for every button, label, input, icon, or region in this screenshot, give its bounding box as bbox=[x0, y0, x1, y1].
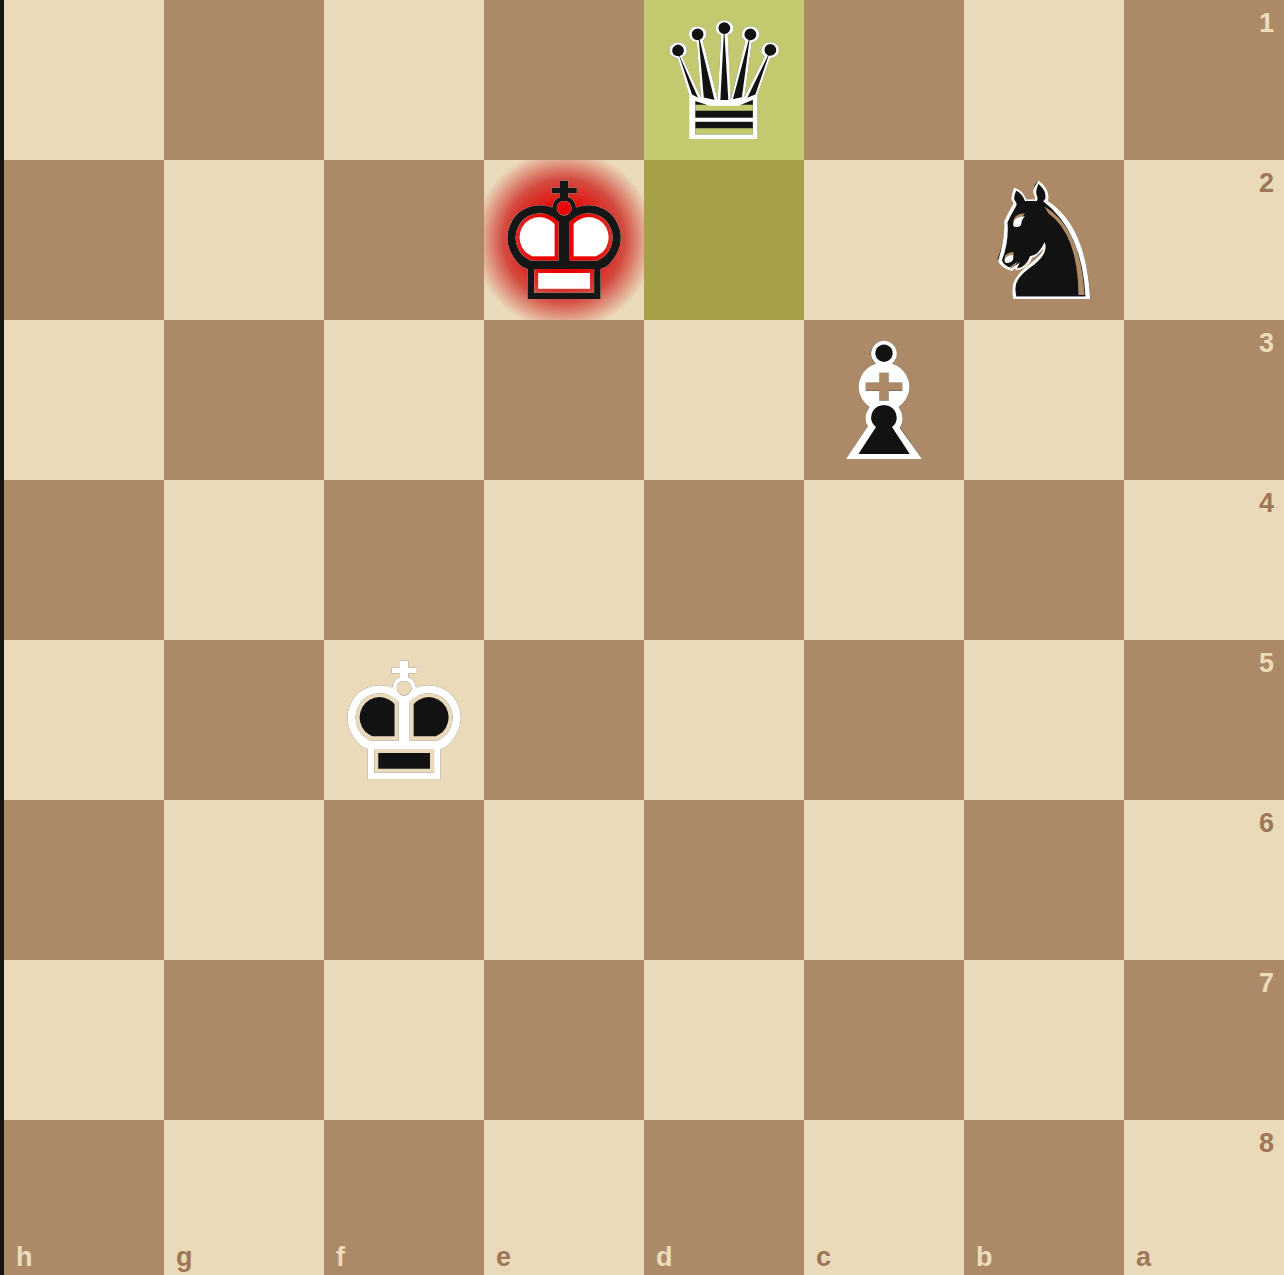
file-label-e: e bbox=[496, 1244, 511, 1271]
square-b8[interactable]: b bbox=[964, 1120, 1124, 1275]
square-a8[interactable]: a8 bbox=[1124, 1120, 1284, 1275]
white-king-fill-glyph: ♚ bbox=[484, 163, 644, 323]
rank-label-3: 3 bbox=[1259, 330, 1274, 357]
square-e3[interactable] bbox=[484, 320, 644, 480]
square-a4[interactable]: 4 bbox=[1124, 480, 1284, 640]
black-queen[interactable]: ♛♕ bbox=[644, 0, 804, 160]
square-a1[interactable]: 1 bbox=[1124, 0, 1284, 160]
file-label-a: a bbox=[1136, 1244, 1151, 1271]
rank-label-4: 4 bbox=[1259, 490, 1274, 517]
file-label-f: f bbox=[336, 1244, 345, 1271]
black-bishop[interactable]: ♝♗ bbox=[804, 320, 964, 480]
square-g2[interactable] bbox=[164, 160, 324, 320]
square-a3[interactable]: 3 bbox=[1124, 320, 1284, 480]
square-g6[interactable] bbox=[164, 800, 324, 960]
square-h8[interactable]: h bbox=[4, 1120, 164, 1275]
square-d4[interactable] bbox=[644, 480, 804, 640]
square-f2[interactable] bbox=[324, 160, 484, 320]
square-h7[interactable] bbox=[4, 960, 164, 1120]
square-h5[interactable] bbox=[4, 640, 164, 800]
square-b2[interactable]: ♞♘ bbox=[964, 160, 1124, 320]
square-b1[interactable] bbox=[964, 0, 1124, 160]
square-c5[interactable] bbox=[804, 640, 964, 800]
square-f7[interactable] bbox=[324, 960, 484, 1120]
square-g5[interactable] bbox=[164, 640, 324, 800]
square-f4[interactable] bbox=[324, 480, 484, 640]
square-b7[interactable] bbox=[964, 960, 1124, 1120]
square-g4[interactable] bbox=[164, 480, 324, 640]
square-d8[interactable]: d bbox=[644, 1120, 804, 1275]
rank-label-7: 7 bbox=[1259, 970, 1274, 997]
file-label-d: d bbox=[656, 1244, 673, 1271]
square-g3[interactable] bbox=[164, 320, 324, 480]
square-h1[interactable] bbox=[4, 0, 164, 160]
square-f5[interactable]: ♚♔ bbox=[324, 640, 484, 800]
black-bishop-outline-glyph: ♗ bbox=[804, 323, 964, 483]
rank-label-5: 5 bbox=[1259, 650, 1274, 677]
square-e2[interactable]: ♚♔ bbox=[484, 160, 644, 320]
square-c3[interactable]: ♝♗ bbox=[804, 320, 964, 480]
rank-label-2: 2 bbox=[1259, 170, 1274, 197]
rank-label-6: 6 bbox=[1259, 810, 1274, 837]
square-b4[interactable] bbox=[964, 480, 1124, 640]
square-c7[interactable] bbox=[804, 960, 964, 1120]
square-d5[interactable] bbox=[644, 640, 804, 800]
file-label-b: b bbox=[976, 1244, 993, 1271]
black-knight-fill-glyph: ♞ bbox=[964, 163, 1124, 323]
white-king[interactable]: ♚♔ bbox=[484, 160, 644, 320]
white-king-outline-glyph: ♔ bbox=[484, 163, 644, 323]
square-h2[interactable] bbox=[4, 160, 164, 320]
square-g7[interactable] bbox=[164, 960, 324, 1120]
square-b3[interactable] bbox=[964, 320, 1124, 480]
file-label-c: c bbox=[816, 1244, 831, 1271]
square-c4[interactable] bbox=[804, 480, 964, 640]
square-g1[interactable] bbox=[164, 0, 324, 160]
file-label-g: g bbox=[176, 1244, 193, 1271]
black-king-fill-glyph: ♚ bbox=[324, 643, 484, 803]
square-a6[interactable]: 6 bbox=[1124, 800, 1284, 960]
square-c2[interactable] bbox=[804, 160, 964, 320]
black-knight-outline-glyph: ♘ bbox=[964, 163, 1124, 323]
square-d3[interactable] bbox=[644, 320, 804, 480]
black-queen-fill-glyph: ♛ bbox=[644, 3, 804, 163]
square-e6[interactable] bbox=[484, 800, 644, 960]
square-f8[interactable]: f bbox=[324, 1120, 484, 1275]
square-g8[interactable]: g bbox=[164, 1120, 324, 1275]
black-queen-outline-glyph: ♕ bbox=[644, 3, 804, 163]
square-f6[interactable] bbox=[324, 800, 484, 960]
square-c8[interactable]: c bbox=[804, 1120, 964, 1275]
square-a5[interactable]: 5 bbox=[1124, 640, 1284, 800]
square-b6[interactable] bbox=[964, 800, 1124, 960]
square-h6[interactable] bbox=[4, 800, 164, 960]
square-d1[interactable]: ♛♕ bbox=[644, 0, 804, 160]
black-king[interactable]: ♚♔ bbox=[324, 640, 484, 800]
square-d6[interactable] bbox=[644, 800, 804, 960]
square-f1[interactable] bbox=[324, 0, 484, 160]
black-king-outline-glyph: ♔ bbox=[324, 643, 484, 803]
square-c1[interactable] bbox=[804, 0, 964, 160]
board-frame: ♛♕1♚♔♞♘2♝♗34♚♔567hgfedcba8 bbox=[0, 0, 1284, 1275]
square-a7[interactable]: 7 bbox=[1124, 960, 1284, 1120]
file-label-h: h bbox=[16, 1244, 33, 1271]
rank-label-1: 1 bbox=[1259, 10, 1274, 37]
black-knight[interactable]: ♞♘ bbox=[964, 160, 1124, 320]
square-e1[interactable] bbox=[484, 0, 644, 160]
square-e7[interactable] bbox=[484, 960, 644, 1120]
square-e4[interactable] bbox=[484, 480, 644, 640]
square-b5[interactable] bbox=[964, 640, 1124, 800]
square-h3[interactable] bbox=[4, 320, 164, 480]
square-a2[interactable]: 2 bbox=[1124, 160, 1284, 320]
chess-board: ♛♕1♚♔♞♘2♝♗34♚♔567hgfedcba8 bbox=[4, 0, 1284, 1275]
square-d7[interactable] bbox=[644, 960, 804, 1120]
rank-label-8: 8 bbox=[1259, 1130, 1274, 1157]
black-bishop-fill-glyph: ♝ bbox=[804, 323, 964, 483]
square-f3[interactable] bbox=[324, 320, 484, 480]
square-e8[interactable]: e bbox=[484, 1120, 644, 1275]
square-e5[interactable] bbox=[484, 640, 644, 800]
square-d2[interactable] bbox=[644, 160, 804, 320]
square-h4[interactable] bbox=[4, 480, 164, 640]
square-c6[interactable] bbox=[804, 800, 964, 960]
